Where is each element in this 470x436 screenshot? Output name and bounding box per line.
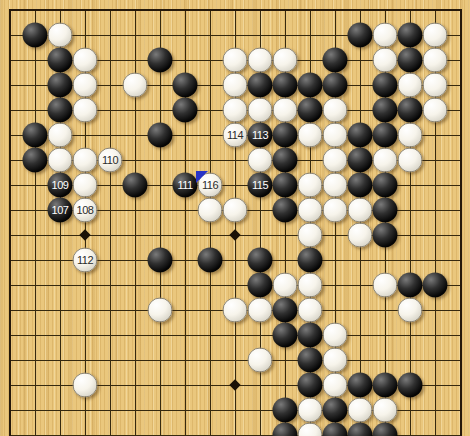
stone-black[interactable] (373, 73, 398, 98)
stone-white[interactable] (248, 298, 273, 323)
stone-black[interactable] (298, 373, 323, 398)
stone-white[interactable] (348, 198, 373, 223)
stone-white[interactable] (423, 48, 448, 73)
stone-black[interactable] (48, 98, 73, 123)
stone-white[interactable] (298, 223, 323, 248)
move-number-label: 110 (102, 155, 118, 166)
stone-white[interactable] (198, 198, 223, 223)
stone-black[interactable] (273, 148, 298, 173)
stone-black[interactable] (23, 123, 48, 148)
stone-black[interactable] (273, 323, 298, 348)
stone-black[interactable] (198, 248, 223, 273)
stone-black[interactable] (298, 348, 323, 373)
stone-black[interactable] (273, 123, 298, 148)
stone-black[interactable] (248, 73, 273, 98)
stone-white[interactable] (373, 23, 398, 48)
stone-black[interactable] (373, 173, 398, 198)
stone-white[interactable] (398, 73, 423, 98)
stone-white[interactable] (323, 123, 348, 148)
stone-black[interactable] (298, 98, 323, 123)
stone-black[interactable] (348, 173, 373, 198)
stone-black[interactable]: 113 (248, 123, 273, 148)
stone-black[interactable] (348, 148, 373, 173)
stone-black[interactable] (298, 248, 323, 273)
move-number-label: 112 (77, 255, 93, 266)
stone-black[interactable] (373, 198, 398, 223)
stone-white[interactable] (298, 173, 323, 198)
stone-black[interactable] (373, 223, 398, 248)
stone-black[interactable] (273, 398, 298, 423)
stone-white[interactable] (298, 298, 323, 323)
stone-black[interactable] (298, 73, 323, 98)
stone-white[interactable] (423, 23, 448, 48)
stone-white[interactable] (148, 298, 173, 323)
stone-black[interactable] (23, 23, 48, 48)
stone-white[interactable] (73, 148, 98, 173)
stone-white[interactable] (123, 73, 148, 98)
stone-black[interactable] (123, 173, 148, 198)
stone-white[interactable] (323, 148, 348, 173)
stone-white[interactable] (223, 48, 248, 73)
stone-black[interactable] (148, 48, 173, 73)
stone-black[interactable] (398, 98, 423, 123)
go-board[interactable]: 114113110109111116115107108112 (0, 0, 470, 436)
stone-black[interactable] (398, 48, 423, 73)
stone-black[interactable] (248, 273, 273, 298)
stone-black[interactable] (248, 248, 273, 273)
stone-white[interactable] (323, 198, 348, 223)
move-number-label: 113 (252, 130, 268, 141)
stone-white[interactable] (398, 148, 423, 173)
stone-white[interactable] (423, 73, 448, 98)
stone-white[interactable]: 110 (98, 148, 123, 173)
stone-black[interactable] (373, 98, 398, 123)
move-number-label: 109 (52, 180, 69, 191)
stone-black[interactable] (148, 248, 173, 273)
stone-black[interactable] (398, 373, 423, 398)
stone-black[interactable] (323, 398, 348, 423)
stone-white[interactable] (298, 273, 323, 298)
stone-white[interactable] (223, 198, 248, 223)
stone-white[interactable] (223, 98, 248, 123)
stone-white[interactable] (48, 123, 73, 148)
stone-black[interactable] (423, 273, 448, 298)
stone-black[interactable] (398, 273, 423, 298)
stone-black[interactable] (323, 73, 348, 98)
stone-black[interactable] (373, 123, 398, 148)
move-number-label: 108 (77, 205, 94, 216)
stone-white[interactable] (348, 398, 373, 423)
stone-white[interactable] (248, 98, 273, 123)
move-number-label: 116 (202, 180, 218, 191)
stone-white[interactable] (348, 223, 373, 248)
stone-white[interactable] (73, 48, 98, 73)
stone-white[interactable]: 114 (223, 123, 248, 148)
stone-black[interactable] (23, 148, 48, 173)
stone-white[interactable] (48, 148, 73, 173)
stone-white[interactable] (398, 298, 423, 323)
stone-black[interactable]: 107 (48, 198, 73, 223)
stone-black[interactable] (273, 173, 298, 198)
stone-white[interactable] (323, 98, 348, 123)
stone-white[interactable] (273, 48, 298, 73)
stone-white[interactable] (298, 123, 323, 148)
stone-black[interactable]: 109 (48, 173, 73, 198)
stone-white[interactable] (223, 298, 248, 323)
stone-black[interactable] (48, 73, 73, 98)
stone-white[interactable] (223, 73, 248, 98)
stone-black[interactable] (273, 298, 298, 323)
stone-white[interactable] (248, 348, 273, 373)
stone-black[interactable] (173, 98, 198, 123)
stone-black[interactable] (273, 73, 298, 98)
stone-white[interactable] (248, 148, 273, 173)
stone-white[interactable] (73, 373, 98, 398)
move-number-label: 114 (227, 130, 243, 141)
stone-black[interactable] (348, 123, 373, 148)
stone-white[interactable] (323, 323, 348, 348)
stone-white[interactable] (248, 48, 273, 73)
stone-black[interactable] (323, 48, 348, 73)
stone-white[interactable] (323, 348, 348, 373)
stone-black[interactable] (48, 48, 73, 73)
move-number-label: 111 (177, 180, 192, 191)
move-number-label: 115 (252, 180, 268, 191)
move-number-label: 107 (52, 205, 69, 216)
stone-white[interactable] (373, 398, 398, 423)
stone-black[interactable] (273, 198, 298, 223)
stone-white[interactable] (298, 198, 323, 223)
stone-white[interactable] (323, 173, 348, 198)
stone-black[interactable]: 111 (173, 173, 198, 198)
stone-black[interactable]: 115 (248, 173, 273, 198)
stone-white[interactable] (423, 98, 448, 123)
stone-black[interactable] (148, 123, 173, 148)
stone-black[interactable] (298, 323, 323, 348)
stone-white[interactable] (73, 173, 98, 198)
stone-black[interactable] (348, 373, 373, 398)
stone-black[interactable] (348, 23, 373, 48)
stone-white[interactable] (273, 273, 298, 298)
stone-white[interactable] (323, 373, 348, 398)
stone-white[interactable] (73, 73, 98, 98)
stone-white[interactable] (273, 98, 298, 123)
stone-white[interactable] (398, 123, 423, 148)
stone-white[interactable] (373, 48, 398, 73)
stone-black[interactable] (373, 373, 398, 398)
stone-white[interactable] (48, 23, 73, 48)
stone-white[interactable] (373, 273, 398, 298)
stone-white[interactable] (373, 148, 398, 173)
stone-black[interactable] (398, 23, 423, 48)
stone-white[interactable] (298, 398, 323, 423)
stone-white[interactable]: 108 (73, 198, 98, 223)
stone-white[interactable] (73, 98, 98, 123)
stone-black[interactable] (173, 73, 198, 98)
stone-white[interactable]: 112 (73, 248, 98, 273)
